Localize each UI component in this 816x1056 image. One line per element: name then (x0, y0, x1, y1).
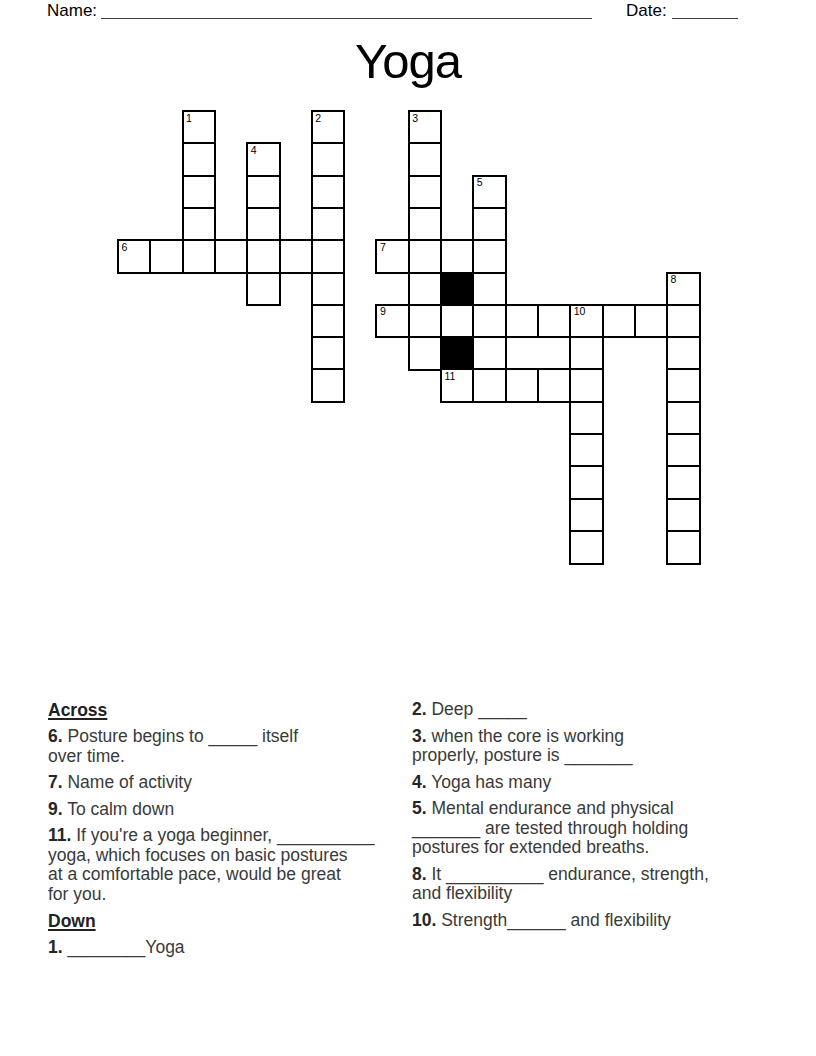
cell-r2c2[interactable] (182, 175, 217, 210)
cell-r6c15[interactable] (602, 304, 637, 339)
cell-r0c2[interactable]: 1 (182, 110, 217, 145)
cell-r8c11[interactable] (472, 368, 507, 403)
clue-num-label: 8. (412, 864, 427, 884)
clue-num-label: 2. (412, 699, 427, 719)
cell-r8c14[interactable] (569, 368, 604, 403)
clue-text: ________Yoga (63, 937, 185, 957)
clue-number-11: 11 (445, 371, 456, 382)
date-fill-line (672, 0, 738, 19)
cell-r6c9[interactable] (408, 304, 443, 339)
cell-r2c11[interactable]: 5 (472, 175, 507, 210)
cell-r7c11[interactable] (472, 336, 507, 371)
clue-num-label: 11. (48, 825, 71, 845)
cell-r12c17[interactable] (666, 498, 701, 533)
cell-r9c14[interactable] (569, 401, 604, 436)
clue-num-label: 6. (48, 726, 63, 746)
cell-r1c4[interactable]: 4 (246, 142, 281, 177)
across-clue-7: 7. Name of activity (48, 773, 416, 793)
puzzle-title: Yoga (0, 33, 816, 89)
cell-r5c4[interactable] (246, 272, 281, 307)
clue-num-label: 5. (412, 798, 427, 818)
down-clue-2: 2. Deep _____ (412, 700, 754, 720)
down-clue-1: 1. ________Yoga (48, 938, 416, 958)
cell-r6c14[interactable]: 10 (569, 304, 604, 339)
cell-r8c10[interactable]: 11 (440, 368, 475, 403)
cell-r5c6[interactable] (311, 272, 346, 307)
cell-r4c9[interactable] (408, 239, 443, 274)
clue-number-8: 8 (671, 274, 677, 285)
cell-r4c1[interactable] (149, 239, 184, 274)
cell-r7c14[interactable] (569, 336, 604, 371)
clue-number-2: 2 (315, 113, 321, 124)
cell-r7c12[interactable] (505, 336, 572, 371)
cell-r11c14[interactable] (569, 465, 604, 500)
clue-number-5: 5 (477, 177, 483, 188)
across-clue-11: 11. If you're a yoga beginner, _________… (48, 826, 416, 904)
across-clue-6: 6. Posture begins to _____ itself over t… (48, 727, 416, 766)
clue-text: when the core is working properly, postu… (412, 726, 633, 766)
across-clue-9: 9. To calm down (48, 800, 416, 820)
cell-r6c11[interactable] (472, 304, 507, 339)
cell-r5c17[interactable]: 8 (666, 272, 701, 307)
cell-r4c2[interactable] (182, 239, 217, 274)
cell-r4c4[interactable] (246, 239, 281, 274)
clue-num-label: 1. (48, 937, 63, 957)
cell-r4c5[interactable] (279, 239, 314, 274)
cell-r3c6[interactable] (311, 207, 346, 242)
cell-r6c17[interactable] (666, 304, 701, 339)
cell-r12c14[interactable] (569, 498, 604, 533)
blocked-cell-r7c10 (440, 336, 475, 371)
down-clue-5: 5. Mental endurance and physical _______… (412, 799, 754, 858)
clue-num-label: 9. (48, 799, 63, 819)
cell-r8c12[interactable] (505, 368, 540, 403)
cell-r2c6[interactable] (311, 175, 346, 210)
cell-r4c6[interactable] (311, 239, 346, 274)
down-clue-8: 8. It __________ endurance, strength, an… (412, 865, 754, 904)
clue-text: Posture begins to _____ itself over time… (48, 726, 298, 766)
clues-right-column: 2. Deep _____3. when the core is working… (412, 700, 754, 937)
cell-r6c10[interactable] (440, 304, 475, 339)
cell-r3c11[interactable] (472, 207, 507, 242)
clue-number-10: 10 (574, 306, 586, 317)
cell-r4c10[interactable] (440, 239, 475, 274)
cell-r6c8[interactable]: 9 (375, 304, 410, 339)
down-clue-list-right: 2. Deep _____3. when the core is working… (412, 700, 754, 930)
cell-r0c6[interactable]: 2 (311, 110, 346, 145)
cell-r1c6[interactable] (311, 142, 346, 177)
clue-text: To calm down (63, 799, 175, 819)
cell-r6c12[interactable] (505, 304, 540, 339)
cell-r2c4[interactable] (246, 175, 281, 210)
cell-r4c0[interactable]: 6 (117, 239, 152, 274)
cell-r5c11[interactable] (472, 272, 507, 307)
cell-r1c9[interactable] (408, 142, 443, 177)
blocked-cell-r5c10 (440, 272, 475, 307)
cell-r13c17[interactable] (666, 530, 701, 565)
clue-text: It __________ endurance, strength, and f… (412, 864, 709, 904)
clue-num-label: 7. (48, 772, 63, 792)
cell-r10c14[interactable] (569, 433, 604, 468)
cell-r3c4[interactable] (246, 207, 281, 242)
cell-r10c17[interactable] (666, 433, 701, 468)
clue-text: Name of activity (63, 772, 192, 792)
cell-r7c17[interactable] (666, 336, 701, 371)
down-clue-10: 10. Strength______ and flexibility (412, 911, 754, 931)
clue-text: If you're a yoga beginner, __________ yo… (48, 825, 374, 904)
crossword-grid: 1234567891011 (117, 110, 717, 570)
clue-text: Strength______ and flexibility (436, 910, 670, 930)
date-label: Date: (626, 1, 667, 21)
cell-r2c9[interactable] (408, 175, 443, 210)
clue-number-7: 7 (380, 242, 386, 253)
clue-number-1: 1 (186, 113, 192, 124)
cell-r7c6[interactable] (311, 336, 346, 371)
clue-text: Yoga has many (427, 772, 552, 792)
cell-r1c2[interactable] (182, 142, 217, 177)
name-label: Name: (47, 1, 97, 21)
cell-r11c17[interactable] (666, 465, 701, 500)
cell-r4c11[interactable] (472, 239, 507, 274)
clue-text: Deep _____ (427, 699, 527, 719)
cell-r8c13[interactable] (537, 368, 572, 403)
down-heading: Down (48, 911, 416, 932)
clues-left-column: Across 6. Posture begins to _____ itself… (48, 700, 416, 965)
clue-number-3: 3 (412, 113, 418, 124)
cell-r6c16[interactable] (634, 304, 669, 339)
cell-r6c13[interactable] (537, 304, 572, 339)
clue-number-9: 9 (380, 306, 386, 317)
clue-num-label: 3. (412, 726, 427, 746)
clue-num-label: 10. (412, 910, 436, 930)
across-heading: Across (48, 700, 416, 721)
cell-r6c6[interactable] (311, 304, 346, 339)
cell-r13c14[interactable] (569, 530, 604, 565)
clue-number-4: 4 (251, 145, 257, 156)
cell-r8c6[interactable] (311, 368, 346, 403)
cell-r8c17[interactable] (666, 368, 701, 403)
cell-r4c3[interactable] (214, 239, 249, 274)
cell-r9c17[interactable] (666, 401, 701, 436)
cell-r3c9[interactable] (408, 207, 443, 242)
down-clue-list-left: 1. ________Yoga (48, 938, 416, 958)
cell-r0c9[interactable]: 3 (408, 110, 443, 145)
clue-text: Mental endurance and physical _______ ar… (412, 798, 688, 857)
cell-r7c9[interactable] (408, 336, 443, 371)
clue-number-6: 6 (122, 242, 128, 253)
cell-r4c8[interactable]: 7 (375, 239, 410, 274)
cell-r5c9[interactable] (408, 272, 443, 307)
name-fill-line (101, 0, 592, 19)
down-clue-4: 4. Yoga has many (412, 773, 754, 793)
down-clue-3: 3. when the core is working properly, po… (412, 727, 754, 766)
across-clue-list: 6. Posture begins to _____ itself over t… (48, 727, 416, 904)
clue-num-label: 4. (412, 772, 427, 792)
cell-r3c2[interactable] (182, 207, 217, 242)
